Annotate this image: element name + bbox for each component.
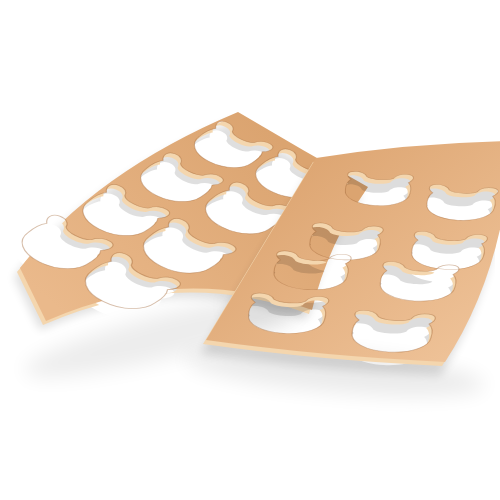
product-photo <box>0 0 500 500</box>
scene-svg <box>0 0 500 500</box>
